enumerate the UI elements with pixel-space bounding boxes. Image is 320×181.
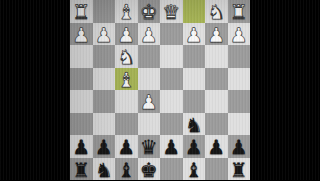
right-letterbox-bar — [250, 0, 320, 180]
square-g2[interactable]: ♟ — [93, 23, 116, 46]
piece-black-rook-a8[interactable]: ♜ — [230, 158, 248, 180]
square-c3[interactable] — [183, 45, 206, 68]
square-g6[interactable] — [93, 113, 116, 136]
piece-black-pawn-h7[interactable]: ♟ — [72, 136, 90, 158]
piece-white-pawn-e5[interactable]: ♟ — [140, 91, 158, 113]
square-e4[interactable] — [138, 68, 161, 91]
square-d8[interactable] — [160, 158, 183, 181]
square-c5[interactable] — [183, 90, 206, 113]
square-d7[interactable]: ♟ — [160, 135, 183, 158]
square-d3[interactable] — [160, 45, 183, 68]
square-f5[interactable] — [115, 90, 138, 113]
piece-white-rook-a1[interactable]: ♜ — [230, 1, 248, 23]
piece-white-rook-h1[interactable]: ♜ — [72, 1, 90, 23]
square-b3[interactable] — [205, 45, 228, 68]
square-a2[interactable]: ♟ — [228, 23, 251, 46]
square-h2[interactable]: ♟ — [70, 23, 93, 46]
square-h3[interactable] — [70, 45, 93, 68]
piece-black-pawn-b7[interactable]: ♟ — [207, 136, 225, 158]
piece-black-king-e8[interactable]: ♚ — [140, 158, 158, 180]
square-a5[interactable] — [228, 90, 251, 113]
square-g7[interactable]: ♟ — [93, 135, 116, 158]
piece-white-queen-d1[interactable]: ♛ — [162, 1, 180, 23]
square-h8[interactable]: ♜ — [70, 158, 93, 181]
square-d6[interactable] — [160, 113, 183, 136]
piece-black-knight-g8[interactable]: ♞ — [95, 158, 113, 180]
square-f1[interactable]: ♝ — [115, 0, 138, 23]
square-c8[interactable]: ♝ — [183, 158, 206, 181]
square-b4[interactable] — [205, 68, 228, 91]
square-b5[interactable] — [205, 90, 228, 113]
square-f3[interactable]: ♞ — [115, 45, 138, 68]
square-a1[interactable]: ♜ — [228, 0, 251, 23]
piece-white-knight-b1[interactable]: ♞ — [207, 1, 225, 23]
piece-black-pawn-d7[interactable]: ♟ — [162, 136, 180, 158]
square-e6[interactable] — [138, 113, 161, 136]
square-h5[interactable] — [70, 90, 93, 113]
square-d1[interactable]: ♛ — [160, 0, 183, 23]
square-g3[interactable] — [93, 45, 116, 68]
square-b1[interactable]: ♞ — [205, 0, 228, 23]
left-letterbox-bar — [0, 0, 70, 180]
square-e1[interactable]: ♚ — [138, 0, 161, 23]
piece-black-pawn-g7[interactable]: ♟ — [95, 136, 113, 158]
square-g8[interactable]: ♞ — [93, 158, 116, 181]
square-d2[interactable] — [160, 23, 183, 46]
square-c1[interactable] — [183, 0, 206, 23]
square-a7[interactable]: ♟ — [228, 135, 251, 158]
square-b8[interactable] — [205, 158, 228, 181]
piece-white-knight-f3[interactable]: ♞ — [117, 46, 135, 68]
video-frame: ♜♝♚♛♞♜♟♟♟♟♟♟♟♞♝♟♞♟♟♟♛♟♟♟♟♜♞♝♚♝♜ — [0, 0, 320, 180]
square-b7[interactable]: ♟ — [205, 135, 228, 158]
square-c7[interactable]: ♟ — [183, 135, 206, 158]
piece-white-pawn-e2[interactable]: ♟ — [140, 23, 158, 45]
square-g4[interactable] — [93, 68, 116, 91]
square-c2[interactable]: ♟ — [183, 23, 206, 46]
square-f6[interactable] — [115, 113, 138, 136]
piece-black-pawn-a7[interactable]: ♟ — [230, 136, 248, 158]
piece-white-bishop-f1[interactable]: ♝ — [117, 1, 135, 23]
square-a6[interactable] — [228, 113, 251, 136]
square-f8[interactable]: ♝ — [115, 158, 138, 181]
piece-white-king-e1[interactable]: ♚ — [140, 1, 158, 23]
square-a8[interactable]: ♜ — [228, 158, 251, 181]
piece-black-queen-e7[interactable]: ♛ — [140, 136, 158, 158]
piece-black-bishop-c8[interactable]: ♝ — [185, 158, 203, 180]
square-c6[interactable]: ♞ — [183, 113, 206, 136]
square-e2[interactable]: ♟ — [138, 23, 161, 46]
square-f4[interactable]: ♝ — [115, 68, 138, 91]
square-g1[interactable] — [93, 0, 116, 23]
piece-white-pawn-a2[interactable]: ♟ — [230, 23, 248, 45]
square-d5[interactable] — [160, 90, 183, 113]
piece-black-pawn-f7[interactable]: ♟ — [117, 136, 135, 158]
square-e3[interactable] — [138, 45, 161, 68]
piece-white-pawn-f2[interactable]: ♟ — [117, 23, 135, 45]
piece-white-pawn-c2[interactable]: ♟ — [185, 23, 203, 45]
piece-white-pawn-b2[interactable]: ♟ — [207, 23, 225, 45]
square-f7[interactable]: ♟ — [115, 135, 138, 158]
square-h7[interactable]: ♟ — [70, 135, 93, 158]
square-e5[interactable]: ♟ — [138, 90, 161, 113]
square-e7[interactable]: ♛ — [138, 135, 161, 158]
piece-black-knight-c6[interactable]: ♞ — [185, 113, 203, 135]
piece-black-pawn-c7[interactable]: ♟ — [185, 136, 203, 158]
square-h4[interactable] — [70, 68, 93, 91]
square-b2[interactable]: ♟ — [205, 23, 228, 46]
square-h6[interactable] — [70, 113, 93, 136]
square-a3[interactable] — [228, 45, 251, 68]
square-f2[interactable]: ♟ — [115, 23, 138, 46]
piece-white-pawn-g2[interactable]: ♟ — [95, 23, 113, 45]
square-b6[interactable] — [205, 113, 228, 136]
piece-white-pawn-h2[interactable]: ♟ — [72, 23, 90, 45]
square-a4[interactable] — [228, 68, 251, 91]
piece-black-rook-h8[interactable]: ♜ — [72, 158, 90, 180]
square-d4[interactable] — [160, 68, 183, 91]
square-e8[interactable]: ♚ — [138, 158, 161, 181]
square-c4[interactable] — [183, 68, 206, 91]
square-g5[interactable] — [93, 90, 116, 113]
piece-black-bishop-f8[interactable]: ♝ — [117, 158, 135, 180]
piece-white-bishop-f4[interactable]: ♝ — [117, 68, 135, 90]
square-h1[interactable]: ♜ — [70, 0, 93, 23]
chess-board: ♜♝♚♛♞♜♟♟♟♟♟♟♟♞♝♟♞♟♟♟♛♟♟♟♟♜♞♝♚♝♜ — [70, 0, 250, 180]
